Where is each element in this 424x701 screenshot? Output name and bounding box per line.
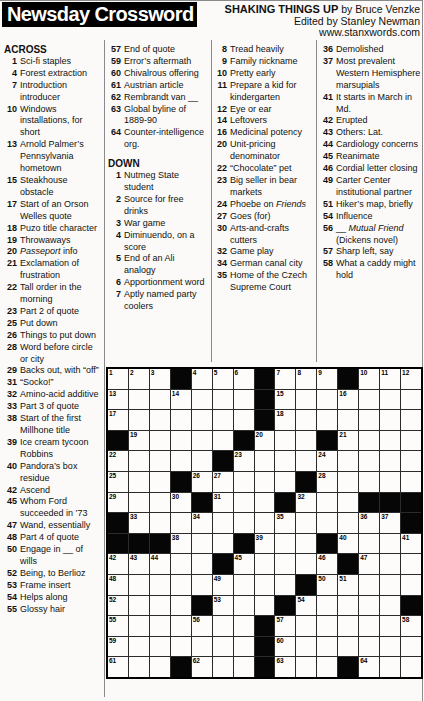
cell-r7c3[interactable] (150, 493, 170, 513)
cell-r9c4[interactable]: 38 (171, 534, 191, 554)
cell-r8c6[interactable] (213, 513, 233, 533)
clue-text: Global byline of 1889-90 (124, 104, 208, 128)
cell-r6c9[interactable] (275, 472, 295, 492)
cell-r7c2[interactable] (129, 493, 149, 513)
cell-r8c11[interactable] (317, 513, 337, 533)
cell-r13c3[interactable] (150, 616, 170, 636)
cell-r4c6[interactable] (213, 431, 233, 451)
cell-number-18: 18 (276, 410, 283, 418)
clue-45-down: 45Reanimate (320, 151, 421, 163)
cell-r15c5[interactable]: 62 (192, 657, 212, 677)
clue-number: 24 (214, 199, 230, 211)
cell-r8c8[interactable] (255, 513, 275, 533)
cell-r5c12[interactable] (338, 451, 358, 471)
cell-r1c9[interactable]: 7 (275, 369, 295, 389)
clue-number: 39 (4, 437, 20, 449)
cell-r2c11[interactable] (317, 390, 337, 410)
clue-text: Leftovers (230, 115, 314, 127)
cell-r12c1[interactable]: 52 (108, 596, 128, 616)
cell-r3c5[interactable] (192, 410, 212, 430)
cell-r1c14[interactable]: 11 (380, 369, 400, 389)
cell-r13c13[interactable] (359, 616, 379, 636)
clue-number: 25 (4, 318, 20, 330)
cell-r15c6[interactable] (213, 657, 233, 677)
cell-r1c1[interactable]: 1 (108, 369, 128, 389)
cell-r14c14[interactable] (380, 637, 400, 657)
clue-text: Glossy hair (20, 604, 102, 616)
cell-number-51: 51 (339, 575, 346, 583)
block-r11c10 (296, 575, 316, 595)
clue-text: Put down (20, 318, 102, 330)
cell-r5c3[interactable] (150, 451, 170, 471)
cell-r11c9[interactable] (275, 575, 295, 595)
clue-number: 45 (4, 496, 20, 508)
cell-number-63: 63 (276, 657, 283, 665)
cell-number-7: 7 (276, 369, 280, 377)
cell-r15c9[interactable]: 63 (275, 657, 295, 677)
cell-number-21: 21 (339, 431, 346, 439)
cell-r15c10[interactable] (296, 657, 316, 677)
clue-53-across: 53Frame insert (4, 580, 102, 592)
cell-r7c11[interactable] (317, 493, 337, 513)
clue-54-down: 54Influence (320, 211, 421, 223)
clue-number: 10 (4, 104, 20, 116)
cell-r12c12[interactable] (338, 596, 358, 616)
cell-number-25: 25 (109, 472, 116, 480)
cell-r14c11[interactable] (317, 637, 337, 657)
cell-r8c5[interactable]: 34 (192, 513, 212, 533)
masthead-title: Newsday Crossword (2, 2, 197, 27)
clue-text: Ascend (20, 485, 102, 497)
clue-number: 61 (108, 80, 124, 92)
cell-r11c7[interactable] (234, 575, 254, 595)
cell-r14c9[interactable]: 60 (275, 637, 295, 657)
cell-r10c9[interactable] (275, 554, 295, 574)
cell-r11c13[interactable] (359, 575, 379, 595)
cell-r6c3[interactable] (150, 472, 170, 492)
clue-text: Cordial letter closing (336, 163, 421, 175)
cell-r9c5[interactable] (192, 534, 212, 554)
block-r7c14 (380, 493, 400, 513)
cell-r6c14[interactable] (380, 472, 400, 492)
cell-r7c10[interactable]: 32 (296, 493, 316, 513)
clue-text: It starts in March in Md. (336, 92, 421, 116)
clue-63-across: 63Global byline of 1889-90 (108, 104, 208, 128)
cell-r14c5[interactable] (192, 637, 212, 657)
cell-r5c14[interactable] (380, 451, 400, 471)
clue-text: Erupted (336, 115, 421, 127)
cell-r5c4[interactable] (171, 451, 191, 471)
cell-r4c8[interactable]: 20 (255, 431, 275, 451)
block-r4c7 (234, 431, 254, 451)
clue-text: End of quote (124, 44, 208, 56)
cell-r13c11[interactable] (317, 616, 337, 636)
cell-r7c8[interactable] (255, 493, 275, 513)
cell-r4c2[interactable]: 19 (129, 431, 149, 451)
cell-r5c10[interactable] (296, 451, 316, 471)
cell-r14c13[interactable] (359, 637, 379, 657)
cell-r3c15[interactable] (401, 410, 421, 430)
cell-r8c14[interactable]: 37 (380, 513, 400, 533)
cell-r8c12[interactable] (338, 513, 358, 533)
clue-number: 8 (214, 44, 230, 56)
cell-r13c15[interactable]: 58 (401, 616, 421, 636)
clue-text: Apportionment word (124, 277, 208, 289)
cell-r13c6[interactable] (213, 616, 233, 636)
clue-number: 57 (108, 44, 124, 56)
cell-r7c7[interactable] (234, 493, 254, 513)
clue-number: 63 (108, 104, 124, 116)
cell-r5c9[interactable] (275, 451, 295, 471)
cell-r15c7[interactable] (234, 657, 254, 677)
cell-r2c13[interactable] (359, 390, 379, 410)
cell-r15c15[interactable] (401, 657, 421, 677)
cell-r14c10[interactable] (296, 637, 316, 657)
cell-number-19: 19 (130, 431, 137, 439)
block-r15c8 (255, 657, 275, 677)
cell-r10c14[interactable] (380, 554, 400, 574)
cell-r1c15[interactable]: 12 (401, 369, 421, 389)
cell-r7c4[interactable]: 30 (171, 493, 191, 513)
cell-r14c12[interactable] (338, 637, 358, 657)
clue-52-across: 52Being, to Berlioz (4, 568, 102, 580)
cell-r8c9[interactable]: 35 (275, 513, 295, 533)
cell-r13c14[interactable] (380, 616, 400, 636)
clue-text: Sharp left, say (336, 246, 421, 258)
clue-text: Austrian article (124, 80, 208, 92)
cell-r10c10[interactable] (296, 554, 316, 574)
cell-r3c1[interactable]: 17 (108, 410, 128, 430)
cell-r3c3[interactable] (150, 410, 170, 430)
cell-r3c13[interactable] (359, 410, 379, 430)
cell-r11c6[interactable]: 49 (213, 575, 233, 595)
cell-r10c4[interactable] (171, 554, 191, 574)
cell-r9c9[interactable] (275, 534, 295, 554)
cell-r4c3[interactable] (150, 431, 170, 451)
cell-r15c2[interactable] (129, 657, 149, 677)
cell-number-17: 17 (109, 410, 116, 418)
cell-r4c13[interactable] (359, 431, 379, 451)
cell-r13c1[interactable]: 55 (108, 616, 128, 636)
cell-r2c3[interactable] (150, 390, 170, 410)
cell-r8c10[interactable] (296, 513, 316, 533)
clue-text: Tall order in the morning (20, 282, 102, 306)
clue-text: Reanimate (336, 151, 421, 163)
block-r6c4 (171, 472, 191, 492)
clue-text: Chivalrous offering (124, 68, 208, 80)
cell-number-14: 14 (172, 390, 179, 398)
cell-r3c2[interactable] (129, 410, 149, 430)
cell-r12c14[interactable] (380, 596, 400, 616)
clue-number: 17 (4, 199, 20, 211)
cell-r4c4[interactable] (171, 431, 191, 451)
cell-r11c11[interactable]: 50 (317, 575, 337, 595)
cell-r15c14[interactable] (380, 657, 400, 677)
cell-r1c3[interactable]: 3 (150, 369, 170, 389)
cell-r5c2[interactable] (129, 451, 149, 471)
clue-54-across: 54Helps along (4, 592, 102, 604)
cell-r3c4[interactable] (171, 410, 191, 430)
cell-r7c6[interactable]: 31 (213, 493, 233, 513)
cell-r9c10[interactable] (296, 534, 316, 554)
cell-r5c11[interactable]: 24 (317, 451, 337, 471)
cell-r2c6[interactable] (213, 390, 233, 410)
clue-number: 5 (108, 253, 124, 265)
cell-r12c6[interactable]: 53 (213, 596, 233, 616)
clue-text: Cardiology concerns (336, 139, 421, 151)
cell-r2c5[interactable] (192, 390, 212, 410)
clue-number: 19 (4, 235, 20, 247)
cell-r11c8[interactable] (255, 575, 275, 595)
cell-r2c1[interactable]: 13 (108, 390, 128, 410)
cell-r14c7[interactable] (234, 637, 254, 657)
clue-number: 34 (214, 258, 230, 270)
cell-r12c13[interactable] (359, 596, 379, 616)
cell-r10c8[interactable] (255, 554, 275, 574)
clue-9-down: 9Family nickname (214, 56, 314, 68)
cell-r4c10[interactable] (296, 431, 316, 451)
cell-r1c5[interactable]: 4 (192, 369, 212, 389)
cell-r6c12[interactable] (338, 472, 358, 492)
cell-r6c5[interactable]: 26 (192, 472, 212, 492)
cell-r2c4[interactable]: 14 (171, 390, 191, 410)
cell-number-9: 9 (318, 369, 322, 377)
cell-number-6: 6 (235, 369, 239, 377)
block-r1c4 (171, 369, 191, 389)
cell-r13c2[interactable] (129, 616, 149, 636)
cell-r3c6[interactable] (213, 410, 233, 430)
cell-r2c7[interactable] (234, 390, 254, 410)
cell-r11c4[interactable] (171, 575, 191, 595)
cell-r7c1[interactable]: 29 (108, 493, 128, 513)
cell-r15c13[interactable]: 64 (359, 657, 379, 677)
cell-r2c15[interactable] (401, 390, 421, 410)
cell-r4c14[interactable] (380, 431, 400, 451)
cell-r12c7[interactable] (234, 596, 254, 616)
cell-r3c7[interactable] (234, 410, 254, 430)
cell-number-31: 31 (214, 493, 221, 501)
cell-r12c2[interactable] (129, 596, 149, 616)
cell-r10c5[interactable] (192, 554, 212, 574)
clue-number: 1 (108, 170, 124, 182)
cell-r6c2[interactable] (129, 472, 149, 492)
clue-number: 37 (320, 56, 336, 68)
clue-text: Pretty early (230, 68, 314, 80)
cell-r3c9[interactable]: 18 (275, 410, 295, 430)
cell-r14c3[interactable] (150, 637, 170, 657)
cell-r6c7[interactable] (234, 472, 254, 492)
cell-r9c14[interactable] (380, 534, 400, 554)
cell-number-53: 53 (214, 596, 221, 604)
cell-r12c8[interactable] (255, 596, 275, 616)
cell-number-10: 10 (360, 369, 367, 377)
cell-r6c6[interactable]: 27 (213, 472, 233, 492)
cell-r1c2[interactable]: 2 (129, 369, 149, 389)
cell-r8c13[interactable]: 36 (359, 513, 379, 533)
cell-r6c8[interactable] (255, 472, 275, 492)
clue-text: Diminuendo, on a score (124, 230, 208, 254)
cell-r2c12[interactable]: 16 (338, 390, 358, 410)
cell-r9c15[interactable]: 41 (401, 534, 421, 554)
cell-r6c1[interactable]: 25 (108, 472, 128, 492)
cell-r8c4[interactable] (171, 513, 191, 533)
clue-59-across: 59Error’s aftermath (108, 56, 208, 68)
cell-r2c10[interactable] (296, 390, 316, 410)
clue-25-across: 25Put down (4, 318, 102, 330)
cell-r3c10[interactable] (296, 410, 316, 430)
cell-r11c14[interactable] (380, 575, 400, 595)
cell-r11c12[interactable]: 51 (338, 575, 358, 595)
cell-r8c3[interactable] (150, 513, 170, 533)
cell-r4c9[interactable] (275, 431, 295, 451)
block-r12c15 (401, 596, 421, 616)
clue-number: 56 (320, 223, 336, 235)
cell-r14c4[interactable] (171, 637, 191, 657)
cell-r5c5[interactable] (192, 451, 212, 471)
clue-text: Engage in __ of wills (20, 544, 102, 568)
cell-r10c11[interactable]: 46 (317, 554, 337, 574)
cell-r14c2[interactable] (129, 637, 149, 657)
cell-r3c12[interactable] (338, 410, 358, 430)
block-r7c13 (359, 493, 379, 513)
cell-r5c13[interactable] (359, 451, 379, 471)
cell-r4c5[interactable] (192, 431, 212, 451)
cell-r9c13[interactable] (359, 534, 379, 554)
block-r9c3 (150, 534, 170, 554)
cell-r13c12[interactable] (338, 616, 358, 636)
cell-r8c2[interactable]: 33 (129, 513, 149, 533)
block-r14c8 (255, 637, 275, 657)
cell-number-22: 22 (109, 451, 116, 459)
cell-r13c4[interactable] (171, 616, 191, 636)
cell-r15c11[interactable] (317, 657, 337, 677)
cell-r9c8[interactable]: 39 (255, 534, 275, 554)
cell-r4c15[interactable] (401, 431, 421, 451)
clue-21-across: 21Exclamation of frustration (4, 258, 102, 282)
cell-r12c10[interactable]: 54 (296, 596, 316, 616)
clue-column-1: ACROSS1Sci-fi staples4Forest extraction7… (4, 44, 102, 616)
cell-r10c15[interactable] (401, 554, 421, 574)
cell-number-23: 23 (235, 451, 242, 459)
clue-4-across: 4Forest extraction (4, 68, 102, 80)
clue-text: Start of an Orson Welles quote (20, 199, 102, 223)
cell-r13c7[interactable] (234, 616, 254, 636)
cell-r15c1[interactable]: 61 (108, 657, 128, 677)
cell-r5c1[interactable]: 22 (108, 451, 128, 471)
clue-number: 35 (214, 270, 230, 282)
cell-r13c10[interactable] (296, 616, 316, 636)
cell-r4c12[interactable]: 21 (338, 431, 358, 451)
cell-r3c11[interactable] (317, 410, 337, 430)
cell-r11c5[interactable] (192, 575, 212, 595)
clue-11-down: 11Prepare a kid for kindergarten (214, 80, 314, 104)
cell-r10c3[interactable]: 44 (150, 554, 170, 574)
cell-r14c6[interactable] (213, 637, 233, 657)
clue-number: 57 (320, 246, 336, 258)
cell-r5c7[interactable]: 23 (234, 451, 254, 471)
clue-number: 29 (4, 365, 20, 377)
clue-62-across: 62Rembrandt van __ (108, 92, 208, 104)
clue-22-down: 22“Chocolate” pet (214, 163, 314, 175)
clue-text: Home of the Czech Supreme Court (230, 270, 314, 294)
cell-r9c12[interactable]: 40 (338, 534, 358, 554)
cell-r14c15[interactable] (401, 637, 421, 657)
cell-r11c2[interactable] (129, 575, 149, 595)
clue-35-down: 35Home of the Czech Supreme Court (214, 270, 314, 294)
cell-r3c14[interactable] (380, 410, 400, 430)
cell-r7c12[interactable] (338, 493, 358, 513)
cell-r6c13[interactable] (359, 472, 379, 492)
cell-r10c7[interactable]: 45 (234, 554, 254, 574)
cell-r5c15[interactable] (401, 451, 421, 471)
block-r6c10 (296, 472, 316, 492)
clue-57-across: 57End of quote (108, 44, 208, 56)
cell-r1c10[interactable]: 8 (296, 369, 316, 389)
cell-r11c3[interactable] (150, 575, 170, 595)
block-r9c1 (108, 534, 128, 554)
cell-r15c3[interactable] (150, 657, 170, 677)
cell-r1c6[interactable]: 5 (213, 369, 233, 389)
clue-number: 42 (320, 115, 336, 127)
cell-r11c15[interactable] (401, 575, 421, 595)
clue-number: 28 (4, 342, 20, 354)
block-r10c12 (338, 554, 358, 574)
cell-r10c13[interactable]: 47 (359, 554, 379, 574)
block-r7c9 (275, 493, 295, 513)
cell-r2c2[interactable] (129, 390, 149, 410)
cell-r13c5[interactable]: 56 (192, 616, 212, 636)
cell-r1c13[interactable]: 10 (359, 369, 379, 389)
clue-number: 12 (214, 104, 230, 116)
clue-1-across: 1Sci-fi staples (4, 56, 102, 68)
clue-text: Arnold Palmer’s Pennsylvania hometown (20, 139, 102, 175)
clue-56-down: 56__ Mutual Friend (Dickens novel) (320, 223, 421, 247)
cell-r12c11[interactable] (317, 596, 337, 616)
clue-number: 49 (320, 175, 336, 187)
cell-r6c15[interactable] (401, 472, 421, 492)
cell-r14c1[interactable]: 59 (108, 637, 128, 657)
cell-number-8: 8 (297, 369, 301, 377)
cell-r2c14[interactable] (380, 390, 400, 410)
clue-number: 13 (4, 139, 20, 151)
cell-r11c1[interactable]: 48 (108, 575, 128, 595)
clue-13-across: 13Arnold Palmer’s Pennsylvania hometown (4, 139, 102, 175)
clue-36-down: 36Demolished (320, 44, 421, 56)
clue-3-down: 3War game (108, 218, 208, 230)
cell-r2c9[interactable]: 15 (275, 390, 295, 410)
block-r15c12 (338, 657, 358, 677)
cell-r12c4[interactable] (171, 596, 191, 616)
cell-r8c7[interactable] (234, 513, 254, 533)
cell-r1c7[interactable]: 6 (234, 369, 254, 389)
clue-number: 45 (320, 151, 336, 163)
cell-number-39: 39 (256, 534, 263, 542)
clue-number: 21 (4, 258, 20, 270)
clue-text: Introduction introducer (20, 80, 102, 104)
cell-number-24: 24 (318, 451, 325, 459)
block-r1c8 (255, 369, 275, 389)
column-rule-3 (316, 40, 317, 362)
cell-r10c1[interactable]: 42 (108, 554, 128, 574)
cell-number-40: 40 (339, 534, 346, 542)
cell-r6c11[interactable]: 28 (317, 472, 337, 492)
cell-r10c2[interactable]: 43 (129, 554, 149, 574)
cell-r5c8[interactable] (255, 451, 275, 471)
cell-r13c9[interactable]: 57 (275, 616, 295, 636)
cell-r1c11[interactable]: 9 (317, 369, 337, 389)
cell-r12c3[interactable] (150, 596, 170, 616)
cell-r9c6[interactable] (213, 534, 233, 554)
